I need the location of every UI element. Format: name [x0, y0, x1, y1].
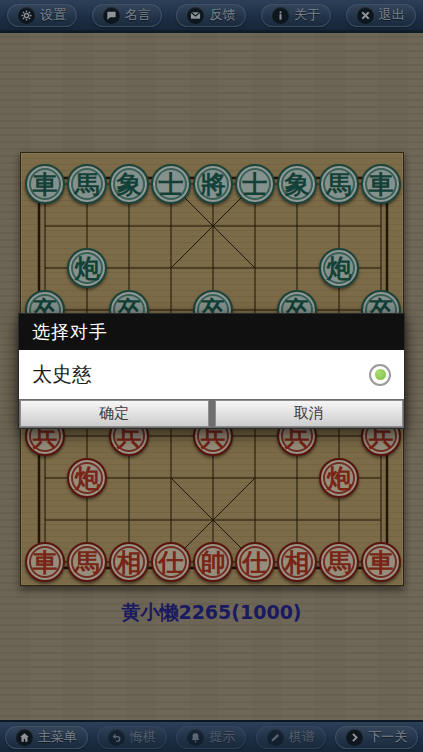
opponent-name: 太史慈: [32, 361, 369, 388]
dialog-title: 选择对手: [19, 314, 404, 350]
opponent-option[interactable]: 太史慈: [19, 350, 404, 399]
confirm-button[interactable]: 确定: [20, 400, 209, 427]
radio-selected-icon[interactable]: [369, 364, 391, 386]
dialog-buttons: 确定 取消: [19, 399, 404, 428]
cancel-button[interactable]: 取消: [215, 400, 404, 427]
select-opponent-dialog: 选择对手 太史慈 确定 取消: [18, 313, 405, 429]
